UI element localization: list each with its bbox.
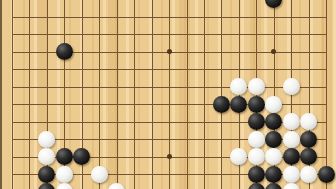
black-stone xyxy=(283,148,300,165)
white-stone xyxy=(283,113,300,130)
white-stone xyxy=(38,148,55,165)
grid-line-horizontal xyxy=(12,69,327,70)
black-stone xyxy=(265,166,282,183)
white-stone xyxy=(108,183,125,189)
grid-line-vertical xyxy=(169,0,170,189)
black-stone xyxy=(73,148,90,165)
black-stone xyxy=(248,166,265,183)
grid-line-vertical xyxy=(221,0,222,189)
white-stone xyxy=(38,131,55,148)
black-stone xyxy=(265,113,282,130)
grid-line-vertical xyxy=(326,0,327,189)
grid-line-vertical xyxy=(29,0,30,189)
grid-line-vertical xyxy=(99,0,100,189)
white-stone xyxy=(56,166,73,183)
black-stone xyxy=(248,96,265,113)
grid-line-vertical xyxy=(187,0,188,189)
white-stone xyxy=(265,148,282,165)
white-stone xyxy=(300,166,317,183)
star-point xyxy=(271,49,276,54)
grid-line-vertical xyxy=(12,0,13,189)
star-point xyxy=(167,154,172,159)
grid-line-horizontal xyxy=(12,87,327,88)
black-stone xyxy=(56,43,73,60)
grid-line-horizontal xyxy=(12,17,327,18)
black-stone xyxy=(38,166,55,183)
white-stone xyxy=(56,183,73,189)
white-stone xyxy=(248,148,265,165)
grid-line-vertical xyxy=(152,0,153,189)
black-stone xyxy=(248,183,265,189)
black-stone xyxy=(318,166,335,183)
black-stone xyxy=(56,148,73,165)
white-stone xyxy=(248,78,265,95)
go-board[interactable] xyxy=(0,0,336,189)
white-stone xyxy=(283,78,300,95)
black-stone xyxy=(300,148,317,165)
black-stone xyxy=(265,183,282,189)
white-stone xyxy=(283,166,300,183)
go-board-screenshot xyxy=(0,0,336,189)
black-stone xyxy=(265,0,282,8)
white-stone xyxy=(91,166,108,183)
grid-line-vertical xyxy=(204,0,205,189)
star-point xyxy=(167,49,172,54)
white-stone xyxy=(283,131,300,148)
white-stone xyxy=(248,131,265,148)
grid-line-horizontal xyxy=(12,34,327,35)
grid-line-vertical xyxy=(134,0,135,189)
grid-line-vertical xyxy=(117,0,118,189)
black-stone xyxy=(213,96,230,113)
left-edge-artifact xyxy=(0,0,2,189)
white-stone xyxy=(265,96,282,113)
black-stone xyxy=(265,131,282,148)
black-stone xyxy=(38,183,55,189)
white-stone xyxy=(283,183,300,189)
white-stone xyxy=(230,148,247,165)
black-stone xyxy=(300,131,317,148)
white-stone xyxy=(230,78,247,95)
white-stone xyxy=(300,113,317,130)
black-stone xyxy=(230,96,247,113)
black-stone xyxy=(248,113,265,130)
